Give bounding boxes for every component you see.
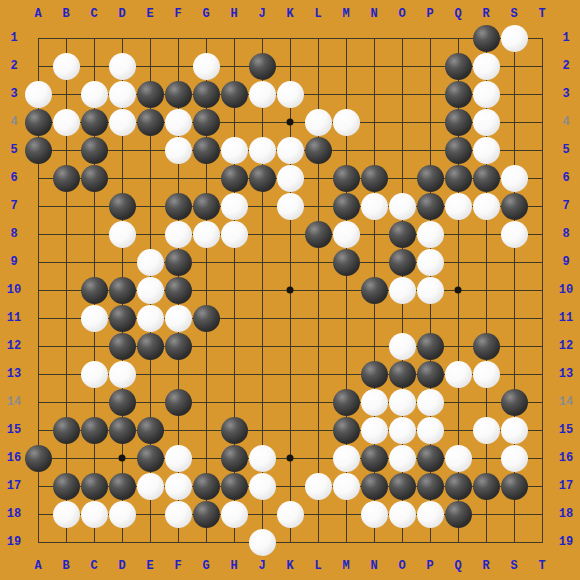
intersection-D6[interactable] [108, 164, 136, 192]
intersection-B15[interactable] [52, 416, 80, 444]
intersection-D8[interactable] [108, 220, 136, 248]
intersection-G19[interactable] [192, 528, 220, 556]
intersection-R5[interactable] [472, 136, 500, 164]
intersection-C16[interactable] [80, 444, 108, 472]
intersection-P6[interactable] [416, 164, 444, 192]
intersection-A19[interactable] [24, 528, 52, 556]
intersection-Q2[interactable] [444, 52, 472, 80]
intersection-L9[interactable] [304, 248, 332, 276]
intersection-K6[interactable] [276, 164, 304, 192]
intersection-P2[interactable] [416, 52, 444, 80]
intersection-R10[interactable] [472, 276, 500, 304]
intersection-N7[interactable] [360, 192, 388, 220]
intersection-A13[interactable] [24, 360, 52, 388]
intersection-R11[interactable] [472, 304, 500, 332]
intersection-E6[interactable] [136, 164, 164, 192]
intersection-R7[interactable] [472, 192, 500, 220]
intersection-E12[interactable] [136, 332, 164, 360]
intersection-D19[interactable] [108, 528, 136, 556]
intersection-M5[interactable] [332, 136, 360, 164]
intersection-B5[interactable] [52, 136, 80, 164]
intersection-G14[interactable] [192, 388, 220, 416]
intersection-M8[interactable] [332, 220, 360, 248]
intersection-J2[interactable] [248, 52, 276, 80]
intersection-D7[interactable] [108, 192, 136, 220]
intersection-Q12[interactable] [444, 332, 472, 360]
intersection-R4[interactable] [472, 108, 500, 136]
intersection-N1[interactable] [360, 24, 388, 52]
intersection-L1[interactable] [304, 24, 332, 52]
intersection-E2[interactable] [136, 52, 164, 80]
intersection-N14[interactable] [360, 388, 388, 416]
intersection-N10[interactable] [360, 276, 388, 304]
intersection-T12[interactable] [528, 332, 556, 360]
intersection-R13[interactable] [472, 360, 500, 388]
intersection-B12[interactable] [52, 332, 80, 360]
intersection-C8[interactable] [80, 220, 108, 248]
intersection-J4[interactable] [248, 108, 276, 136]
intersection-G2[interactable] [192, 52, 220, 80]
intersection-C3[interactable] [80, 80, 108, 108]
intersection-T13[interactable] [528, 360, 556, 388]
intersection-E3[interactable] [136, 80, 164, 108]
intersection-P4[interactable] [416, 108, 444, 136]
intersection-F4[interactable] [164, 108, 192, 136]
intersection-K16[interactable] [276, 444, 304, 472]
intersection-L3[interactable] [304, 80, 332, 108]
intersection-H4[interactable] [220, 108, 248, 136]
intersection-R16[interactable] [472, 444, 500, 472]
intersection-Q9[interactable] [444, 248, 472, 276]
intersection-O14[interactable] [388, 388, 416, 416]
intersection-Q19[interactable] [444, 528, 472, 556]
intersection-S9[interactable] [500, 248, 528, 276]
intersection-A6[interactable] [24, 164, 52, 192]
intersection-S1[interactable] [500, 24, 528, 52]
intersection-E8[interactable] [136, 220, 164, 248]
intersection-T2[interactable] [528, 52, 556, 80]
intersection-D1[interactable] [108, 24, 136, 52]
intersection-D13[interactable] [108, 360, 136, 388]
intersection-K11[interactable] [276, 304, 304, 332]
intersection-N16[interactable] [360, 444, 388, 472]
intersection-F13[interactable] [164, 360, 192, 388]
intersection-M15[interactable] [332, 416, 360, 444]
intersection-B19[interactable] [52, 528, 80, 556]
intersection-N18[interactable] [360, 500, 388, 528]
intersection-M6[interactable] [332, 164, 360, 192]
intersection-L10[interactable] [304, 276, 332, 304]
intersection-T8[interactable] [528, 220, 556, 248]
intersection-G13[interactable] [192, 360, 220, 388]
intersection-B2[interactable] [52, 52, 80, 80]
intersection-H2[interactable] [220, 52, 248, 80]
intersection-F19[interactable] [164, 528, 192, 556]
intersection-C11[interactable] [80, 304, 108, 332]
intersection-Q16[interactable] [444, 444, 472, 472]
intersection-K4[interactable] [276, 108, 304, 136]
intersection-H3[interactable] [220, 80, 248, 108]
intersection-S10[interactable] [500, 276, 528, 304]
intersection-S11[interactable] [500, 304, 528, 332]
intersection-D2[interactable] [108, 52, 136, 80]
intersection-E18[interactable] [136, 500, 164, 528]
intersection-A18[interactable] [24, 500, 52, 528]
intersection-J13[interactable] [248, 360, 276, 388]
intersection-G17[interactable] [192, 472, 220, 500]
intersection-N8[interactable] [360, 220, 388, 248]
intersection-S3[interactable] [500, 80, 528, 108]
intersection-E1[interactable] [136, 24, 164, 52]
intersection-B10[interactable] [52, 276, 80, 304]
intersection-T1[interactable] [528, 24, 556, 52]
intersection-D5[interactable] [108, 136, 136, 164]
intersection-T16[interactable] [528, 444, 556, 472]
intersection-J17[interactable] [248, 472, 276, 500]
intersection-R14[interactable] [472, 388, 500, 416]
intersection-F15[interactable] [164, 416, 192, 444]
intersection-P15[interactable] [416, 416, 444, 444]
intersection-O10[interactable] [388, 276, 416, 304]
intersection-D10[interactable] [108, 276, 136, 304]
intersection-J11[interactable] [248, 304, 276, 332]
intersection-B14[interactable] [52, 388, 80, 416]
intersection-J10[interactable] [248, 276, 276, 304]
intersection-O17[interactable] [388, 472, 416, 500]
intersection-O5[interactable] [388, 136, 416, 164]
intersection-R19[interactable] [472, 528, 500, 556]
intersection-E11[interactable] [136, 304, 164, 332]
intersection-K14[interactable] [276, 388, 304, 416]
intersection-R2[interactable] [472, 52, 500, 80]
intersection-J12[interactable] [248, 332, 276, 360]
intersection-C9[interactable] [80, 248, 108, 276]
intersection-D9[interactable] [108, 248, 136, 276]
intersection-H1[interactable] [220, 24, 248, 52]
intersection-T3[interactable] [528, 80, 556, 108]
intersection-G12[interactable] [192, 332, 220, 360]
intersection-T15[interactable] [528, 416, 556, 444]
intersection-T11[interactable] [528, 304, 556, 332]
intersection-A3[interactable] [24, 80, 52, 108]
intersection-S16[interactable] [500, 444, 528, 472]
intersection-Q10[interactable] [444, 276, 472, 304]
intersection-Q18[interactable] [444, 500, 472, 528]
intersection-S17[interactable] [500, 472, 528, 500]
intersection-M18[interactable] [332, 500, 360, 528]
intersection-O2[interactable] [388, 52, 416, 80]
intersection-O7[interactable] [388, 192, 416, 220]
intersection-S7[interactable] [500, 192, 528, 220]
intersection-D11[interactable] [108, 304, 136, 332]
intersection-D12[interactable] [108, 332, 136, 360]
intersection-O13[interactable] [388, 360, 416, 388]
intersection-H18[interactable] [220, 500, 248, 528]
intersection-K8[interactable] [276, 220, 304, 248]
intersection-Q4[interactable] [444, 108, 472, 136]
intersection-O11[interactable] [388, 304, 416, 332]
intersection-E15[interactable] [136, 416, 164, 444]
intersection-Q14[interactable] [444, 388, 472, 416]
intersection-H15[interactable] [220, 416, 248, 444]
intersection-F7[interactable] [164, 192, 192, 220]
intersection-K10[interactable] [276, 276, 304, 304]
intersection-L14[interactable] [304, 388, 332, 416]
intersection-J18[interactable] [248, 500, 276, 528]
intersection-O12[interactable] [388, 332, 416, 360]
intersection-B1[interactable] [52, 24, 80, 52]
intersection-R8[interactable] [472, 220, 500, 248]
intersection-M9[interactable] [332, 248, 360, 276]
intersection-N12[interactable] [360, 332, 388, 360]
intersection-K5[interactable] [276, 136, 304, 164]
intersection-L7[interactable] [304, 192, 332, 220]
intersection-L17[interactable] [304, 472, 332, 500]
intersection-A4[interactable] [24, 108, 52, 136]
intersection-N13[interactable] [360, 360, 388, 388]
intersection-A11[interactable] [24, 304, 52, 332]
intersection-S8[interactable] [500, 220, 528, 248]
intersection-F3[interactable] [164, 80, 192, 108]
intersection-C7[interactable] [80, 192, 108, 220]
intersection-D18[interactable] [108, 500, 136, 528]
intersection-H10[interactable] [220, 276, 248, 304]
intersection-S5[interactable] [500, 136, 528, 164]
intersection-P8[interactable] [416, 220, 444, 248]
intersection-D16[interactable] [108, 444, 136, 472]
intersection-L2[interactable] [304, 52, 332, 80]
intersection-B3[interactable] [52, 80, 80, 108]
intersection-H19[interactable] [220, 528, 248, 556]
intersection-T4[interactable] [528, 108, 556, 136]
intersection-A9[interactable] [24, 248, 52, 276]
intersection-G10[interactable] [192, 276, 220, 304]
intersection-C19[interactable] [80, 528, 108, 556]
intersection-A7[interactable] [24, 192, 52, 220]
intersection-B18[interactable] [52, 500, 80, 528]
intersection-A5[interactable] [24, 136, 52, 164]
intersection-A12[interactable] [24, 332, 52, 360]
intersection-R9[interactable] [472, 248, 500, 276]
intersection-T7[interactable] [528, 192, 556, 220]
intersection-H13[interactable] [220, 360, 248, 388]
intersection-F18[interactable] [164, 500, 192, 528]
intersection-C10[interactable] [80, 276, 108, 304]
intersection-C2[interactable] [80, 52, 108, 80]
intersection-K19[interactable] [276, 528, 304, 556]
intersection-H8[interactable] [220, 220, 248, 248]
intersection-S6[interactable] [500, 164, 528, 192]
intersection-A8[interactable] [24, 220, 52, 248]
intersection-K9[interactable] [276, 248, 304, 276]
intersection-P1[interactable] [416, 24, 444, 52]
intersection-R18[interactable] [472, 500, 500, 528]
intersection-A14[interactable] [24, 388, 52, 416]
intersection-F17[interactable] [164, 472, 192, 500]
intersection-L6[interactable] [304, 164, 332, 192]
intersection-O18[interactable] [388, 500, 416, 528]
intersection-K3[interactable] [276, 80, 304, 108]
intersection-F14[interactable] [164, 388, 192, 416]
intersection-A2[interactable] [24, 52, 52, 80]
intersection-T18[interactable] [528, 500, 556, 528]
intersection-H11[interactable] [220, 304, 248, 332]
intersection-B8[interactable] [52, 220, 80, 248]
intersection-G3[interactable] [192, 80, 220, 108]
intersection-E13[interactable] [136, 360, 164, 388]
intersection-A15[interactable] [24, 416, 52, 444]
intersection-H6[interactable] [220, 164, 248, 192]
intersection-N19[interactable] [360, 528, 388, 556]
intersection-S12[interactable] [500, 332, 528, 360]
intersection-P18[interactable] [416, 500, 444, 528]
intersection-R17[interactable] [472, 472, 500, 500]
intersection-R3[interactable] [472, 80, 500, 108]
intersection-B16[interactable] [52, 444, 80, 472]
intersection-O19[interactable] [388, 528, 416, 556]
intersection-E16[interactable] [136, 444, 164, 472]
intersection-K1[interactable] [276, 24, 304, 52]
intersection-R1[interactable] [472, 24, 500, 52]
intersection-F1[interactable] [164, 24, 192, 52]
intersection-J19[interactable] [248, 528, 276, 556]
intersection-G9[interactable] [192, 248, 220, 276]
intersection-K18[interactable] [276, 500, 304, 528]
intersection-H9[interactable] [220, 248, 248, 276]
intersection-P10[interactable] [416, 276, 444, 304]
intersection-S13[interactable] [500, 360, 528, 388]
intersection-P19[interactable] [416, 528, 444, 556]
intersection-T10[interactable] [528, 276, 556, 304]
intersection-C17[interactable] [80, 472, 108, 500]
intersection-J16[interactable] [248, 444, 276, 472]
intersection-Q8[interactable] [444, 220, 472, 248]
intersection-L19[interactable] [304, 528, 332, 556]
intersection-H5[interactable] [220, 136, 248, 164]
intersection-M3[interactable] [332, 80, 360, 108]
intersection-C4[interactable] [80, 108, 108, 136]
intersection-S18[interactable] [500, 500, 528, 528]
intersection-A10[interactable] [24, 276, 52, 304]
intersection-O1[interactable] [388, 24, 416, 52]
intersection-N9[interactable] [360, 248, 388, 276]
intersection-L13[interactable] [304, 360, 332, 388]
intersection-E5[interactable] [136, 136, 164, 164]
intersection-R6[interactable] [472, 164, 500, 192]
intersection-S19[interactable] [500, 528, 528, 556]
intersection-P17[interactable] [416, 472, 444, 500]
intersection-M1[interactable] [332, 24, 360, 52]
intersection-G1[interactable] [192, 24, 220, 52]
intersection-N11[interactable] [360, 304, 388, 332]
intersection-F6[interactable] [164, 164, 192, 192]
intersection-M10[interactable] [332, 276, 360, 304]
intersection-C5[interactable] [80, 136, 108, 164]
intersection-C14[interactable] [80, 388, 108, 416]
intersection-F12[interactable] [164, 332, 192, 360]
intersection-B13[interactable] [52, 360, 80, 388]
intersection-S2[interactable] [500, 52, 528, 80]
intersection-S4[interactable] [500, 108, 528, 136]
intersection-L5[interactable] [304, 136, 332, 164]
intersection-M2[interactable] [332, 52, 360, 80]
intersection-P9[interactable] [416, 248, 444, 276]
intersection-F11[interactable] [164, 304, 192, 332]
intersection-P3[interactable] [416, 80, 444, 108]
intersection-M17[interactable] [332, 472, 360, 500]
intersection-F2[interactable] [164, 52, 192, 80]
intersection-K13[interactable] [276, 360, 304, 388]
intersection-H12[interactable] [220, 332, 248, 360]
intersection-J8[interactable] [248, 220, 276, 248]
intersection-M19[interactable] [332, 528, 360, 556]
intersection-Q6[interactable] [444, 164, 472, 192]
intersection-F9[interactable] [164, 248, 192, 276]
intersection-F5[interactable] [164, 136, 192, 164]
intersection-H7[interactable] [220, 192, 248, 220]
intersection-H17[interactable] [220, 472, 248, 500]
intersection-T9[interactable] [528, 248, 556, 276]
intersection-N3[interactable] [360, 80, 388, 108]
intersection-K15[interactable] [276, 416, 304, 444]
intersection-D3[interactable] [108, 80, 136, 108]
intersection-G5[interactable] [192, 136, 220, 164]
intersection-T5[interactable] [528, 136, 556, 164]
intersection-L8[interactable] [304, 220, 332, 248]
intersection-J5[interactable] [248, 136, 276, 164]
intersection-E4[interactable] [136, 108, 164, 136]
intersection-J1[interactable] [248, 24, 276, 52]
intersection-D17[interactable] [108, 472, 136, 500]
intersection-L11[interactable] [304, 304, 332, 332]
intersection-F8[interactable] [164, 220, 192, 248]
intersection-D4[interactable] [108, 108, 136, 136]
intersection-J6[interactable] [248, 164, 276, 192]
intersection-O16[interactable] [388, 444, 416, 472]
intersection-C6[interactable] [80, 164, 108, 192]
intersection-Q3[interactable] [444, 80, 472, 108]
intersection-T19[interactable] [528, 528, 556, 556]
intersection-C15[interactable] [80, 416, 108, 444]
intersection-C18[interactable] [80, 500, 108, 528]
intersection-B17[interactable] [52, 472, 80, 500]
intersection-A1[interactable] [24, 24, 52, 52]
intersection-G7[interactable] [192, 192, 220, 220]
intersection-N2[interactable] [360, 52, 388, 80]
intersection-T14[interactable] [528, 388, 556, 416]
intersection-E7[interactable] [136, 192, 164, 220]
intersection-T17[interactable] [528, 472, 556, 500]
intersection-N17[interactable] [360, 472, 388, 500]
intersection-F10[interactable] [164, 276, 192, 304]
intersection-E9[interactable] [136, 248, 164, 276]
intersection-M12[interactable] [332, 332, 360, 360]
intersection-R15[interactable] [472, 416, 500, 444]
intersection-E19[interactable] [136, 528, 164, 556]
intersection-P16[interactable] [416, 444, 444, 472]
intersection-R12[interactable] [472, 332, 500, 360]
intersection-Q5[interactable] [444, 136, 472, 164]
intersection-M14[interactable] [332, 388, 360, 416]
intersection-J15[interactable] [248, 416, 276, 444]
intersection-L4[interactable] [304, 108, 332, 136]
intersection-T6[interactable] [528, 164, 556, 192]
intersection-E14[interactable] [136, 388, 164, 416]
intersection-J3[interactable] [248, 80, 276, 108]
intersection-L16[interactable] [304, 444, 332, 472]
intersection-N5[interactable] [360, 136, 388, 164]
intersection-M4[interactable] [332, 108, 360, 136]
